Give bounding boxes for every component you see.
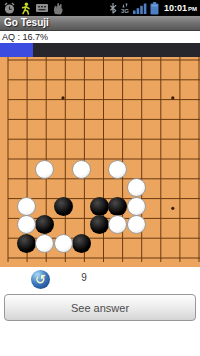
white-stone[interactable] bbox=[17, 215, 36, 234]
white-stone[interactable] bbox=[17, 197, 36, 216]
running-man-icon bbox=[19, 2, 32, 15]
bottom-panel: ↺ 9 See answer bbox=[0, 267, 200, 356]
progress-bar bbox=[0, 43, 200, 57]
app-screen: 3G 10:01PM Go Tesuji AQ : 16.7% ↺ 9 S bbox=[0, 0, 200, 356]
white-stone[interactable] bbox=[127, 197, 146, 216]
hand-icon bbox=[52, 2, 64, 15]
star-point bbox=[171, 96, 174, 99]
progress-fill bbox=[0, 43, 33, 57]
problem-number: 9 bbox=[76, 272, 92, 283]
signal-strength-icon bbox=[133, 3, 147, 14]
bluetooth-icon bbox=[109, 2, 117, 14]
white-stone[interactable] bbox=[35, 234, 54, 253]
app-title: Go Tesuji bbox=[0, 16, 200, 30]
aq-label: AQ : 16.7% bbox=[0, 31, 200, 43]
alarm-clock-icon bbox=[3, 2, 16, 15]
white-stone[interactable] bbox=[127, 215, 146, 234]
black-stone[interactable] bbox=[54, 197, 73, 216]
undo-icon[interactable]: ↺ bbox=[31, 270, 50, 289]
black-stone[interactable] bbox=[72, 234, 91, 253]
star-point bbox=[61, 96, 64, 99]
battery-icon bbox=[150, 2, 159, 15]
black-stone[interactable] bbox=[17, 234, 36, 253]
white-stone[interactable] bbox=[54, 234, 73, 253]
mobile-data-3g-icon: 3G bbox=[120, 3, 130, 14]
black-stone[interactable] bbox=[90, 197, 109, 216]
star-point bbox=[171, 207, 174, 210]
white-stone[interactable] bbox=[72, 160, 91, 179]
status-bar: 3G 10:01PM bbox=[0, 0, 200, 16]
see-answer-button[interactable]: See answer bbox=[4, 294, 196, 321]
answer-quality-row: AQ : 16.7% bbox=[0, 31, 200, 43]
white-stone[interactable] bbox=[127, 178, 146, 197]
go-board[interactable] bbox=[0, 57, 200, 267]
title-bar: Go Tesuji bbox=[0, 16, 200, 31]
status-clock: 10:01PM bbox=[164, 3, 197, 13]
keyboard-icon bbox=[35, 2, 49, 14]
